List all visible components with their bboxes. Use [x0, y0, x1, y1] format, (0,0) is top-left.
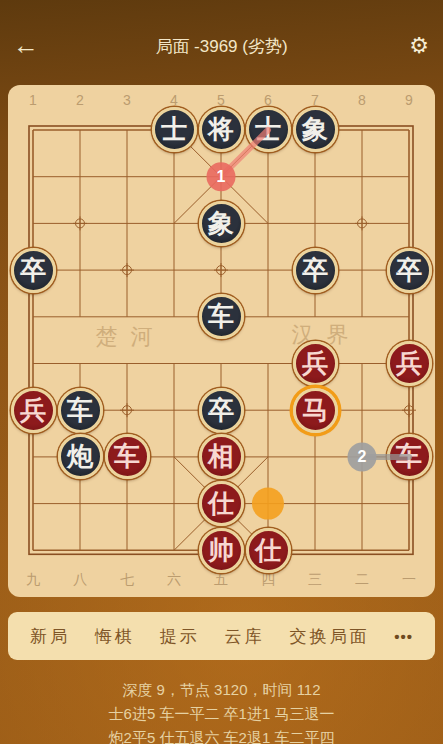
engine-pv-line2: 炮2平5 仕五退六 车2退1 车二平四 [0, 726, 443, 744]
menu-item-cloud-library[interactable]: 云库 [225, 625, 265, 648]
piece-red-帅[interactable]: 帅 [199, 528, 244, 573]
piece-red-车[interactable]: 车 [105, 434, 150, 479]
file-label-bottom: 八 [73, 571, 87, 589]
piece-red-兵[interactable]: 兵 [11, 388, 56, 433]
piece-black-车[interactable]: 车 [58, 388, 103, 433]
piece-black-车[interactable]: 车 [199, 294, 244, 339]
settings-gear-icon[interactable]: ⚙ [409, 33, 429, 59]
more-options-icon[interactable]: ••• [394, 628, 413, 645]
file-label-top: 1 [29, 92, 37, 108]
piece-black-卒[interactable]: 卒 [199, 388, 244, 433]
file-label-bottom: 九 [26, 571, 40, 589]
file-label-top: 8 [358, 92, 366, 108]
xiangqi-board[interactable]: 123456789 九八七六五四三二一 楚河 汉界 士将士象象卒卒卒车兵兵兵车卒… [8, 85, 435, 597]
piece-black-卒[interactable]: 卒 [293, 248, 338, 293]
file-label-bottom: 三 [308, 571, 322, 589]
file-label-top: 5 [217, 92, 225, 108]
engine-output: 深度 9，节点 3120，时间 112 士6进5 车一平二 卒1进1 马三退一 … [0, 678, 443, 744]
piece-black-象[interactable]: 象 [199, 201, 244, 246]
menu-item-undo[interactable]: 悔棋 [95, 625, 135, 648]
piece-red-仕[interactable]: 仕 [246, 528, 291, 573]
file-label-bottom: 二 [355, 571, 369, 589]
engine-pv-line1: 士6进5 车一平二 卒1进1 马三退一 [0, 702, 443, 726]
pieces-layer: 士将士象象卒卒卒车兵兵兵车卒马炮车相车仕帅仕 [10, 107, 433, 574]
menu-item-hint[interactable]: 提示 [160, 625, 200, 648]
piece-red-兵[interactable]: 兵 [387, 341, 432, 386]
file-label-bottom: 四 [261, 571, 275, 589]
file-label-top: 6 [264, 92, 272, 108]
action-menu-bar: 新局 悔棋 提示 云库 交换局面 ••• [8, 612, 435, 660]
piece-red-车[interactable]: 车 [387, 434, 432, 479]
file-label-top: 3 [123, 92, 131, 108]
piece-black-士[interactable]: 士 [152, 107, 197, 152]
piece-red-马[interactable]: 马 [293, 388, 338, 433]
header: ← 局面 -3969 (劣势) ⚙ [0, 0, 443, 80]
file-label-top: 7 [311, 92, 319, 108]
piece-red-兵[interactable]: 兵 [293, 341, 338, 386]
piece-black-卒[interactable]: 卒 [387, 248, 432, 293]
engine-status: 深度 9，节点 3120，时间 112 [0, 678, 443, 702]
piece-black-士[interactable]: 士 [246, 107, 291, 152]
piece-red-仕[interactable]: 仕 [199, 481, 244, 526]
file-label-bottom: 一 [402, 571, 416, 589]
file-label-top: 2 [76, 92, 84, 108]
menu-item-swap-position[interactable]: 交换局面 [289, 625, 369, 648]
file-label-bottom: 六 [167, 571, 181, 589]
piece-black-卒[interactable]: 卒 [11, 248, 56, 293]
file-label-bottom: 五 [214, 571, 228, 589]
file-label-bottom: 七 [120, 571, 134, 589]
file-label-top: 9 [405, 92, 413, 108]
menu-item-new-game[interactable]: 新局 [30, 625, 70, 648]
piece-black-将[interactable]: 将 [199, 107, 244, 152]
piece-black-象[interactable]: 象 [293, 107, 338, 152]
piece-red-相[interactable]: 相 [199, 434, 244, 479]
file-label-top: 4 [170, 92, 178, 108]
piece-black-炮[interactable]: 炮 [58, 434, 103, 479]
page-title: 局面 -3969 (劣势) [0, 35, 443, 58]
